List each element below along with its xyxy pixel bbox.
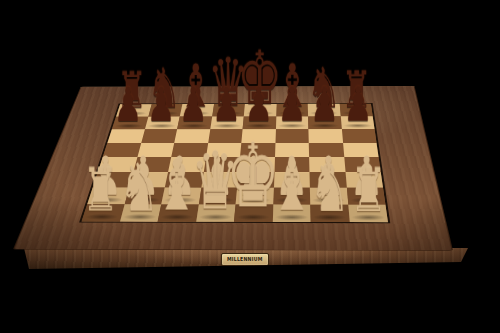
square-h7[interactable]: ♟ bbox=[340, 116, 374, 129]
white-bishop[interactable]: ♝ bbox=[270, 150, 313, 221]
brand-plaque-label: MILLENNIUM bbox=[227, 257, 263, 262]
square-h6[interactable] bbox=[341, 129, 376, 143]
brand-plaque: MILLENNIUM bbox=[221, 253, 269, 266]
black-pawn[interactable]: ♟ bbox=[212, 81, 241, 129]
square-f6[interactable] bbox=[275, 129, 309, 143]
black-pawn[interactable]: ♟ bbox=[277, 81, 306, 129]
black-pawn[interactable]: ♟ bbox=[147, 81, 176, 128]
square-g6[interactable] bbox=[308, 129, 342, 143]
white-knight[interactable]: ♞ bbox=[310, 154, 351, 221]
white-rook[interactable]: ♜ bbox=[350, 161, 387, 221]
square-b7[interactable]: ♟ bbox=[144, 116, 179, 129]
black-pawn[interactable]: ♟ bbox=[114, 81, 143, 128]
black-pawn[interactable]: ♟ bbox=[245, 81, 274, 129]
scene: MILLENNIUM ♜♞♝♛♚♝♞♜♟♟♟♟♟♟♟♟♟♟♟♟♟♟♟♟♜♞♝♛♚… bbox=[0, 0, 500, 333]
black-pawn[interactable]: ♟ bbox=[310, 81, 339, 129]
square-g7[interactable]: ♟ bbox=[308, 116, 341, 129]
chess-board: ♜♞♝♛♚♝♞♜♟♟♟♟♟♟♟♟♟♟♟♟♟♟♟♟♜♞♝♛♚♝♞♜ bbox=[13, 86, 453, 251]
square-e1[interactable]: ♚ bbox=[234, 204, 273, 222]
square-a7[interactable]: ♟ bbox=[112, 116, 148, 129]
white-knight[interactable]: ♞ bbox=[119, 154, 159, 220]
square-c7[interactable]: ♟ bbox=[177, 116, 212, 129]
square-a1[interactable]: ♜ bbox=[82, 204, 125, 221]
square-f7[interactable]: ♟ bbox=[275, 116, 308, 129]
square-f1[interactable]: ♝ bbox=[272, 204, 310, 222]
square-b6[interactable] bbox=[141, 129, 177, 143]
square-a6[interactable] bbox=[107, 129, 144, 143]
square-g1[interactable]: ♞ bbox=[310, 204, 349, 222]
white-rook[interactable]: ♜ bbox=[83, 161, 119, 221]
square-h1[interactable]: ♜ bbox=[348, 204, 388, 222]
black-pawn[interactable]: ♟ bbox=[179, 81, 208, 129]
playing-area: ♜♞♝♛♚♝♞♜♟♟♟♟♟♟♟♟♟♟♟♟♟♟♟♟♜♞♝♛♚♝♞♜ bbox=[79, 103, 390, 223]
black-pawn[interactable]: ♟ bbox=[343, 81, 372, 129]
